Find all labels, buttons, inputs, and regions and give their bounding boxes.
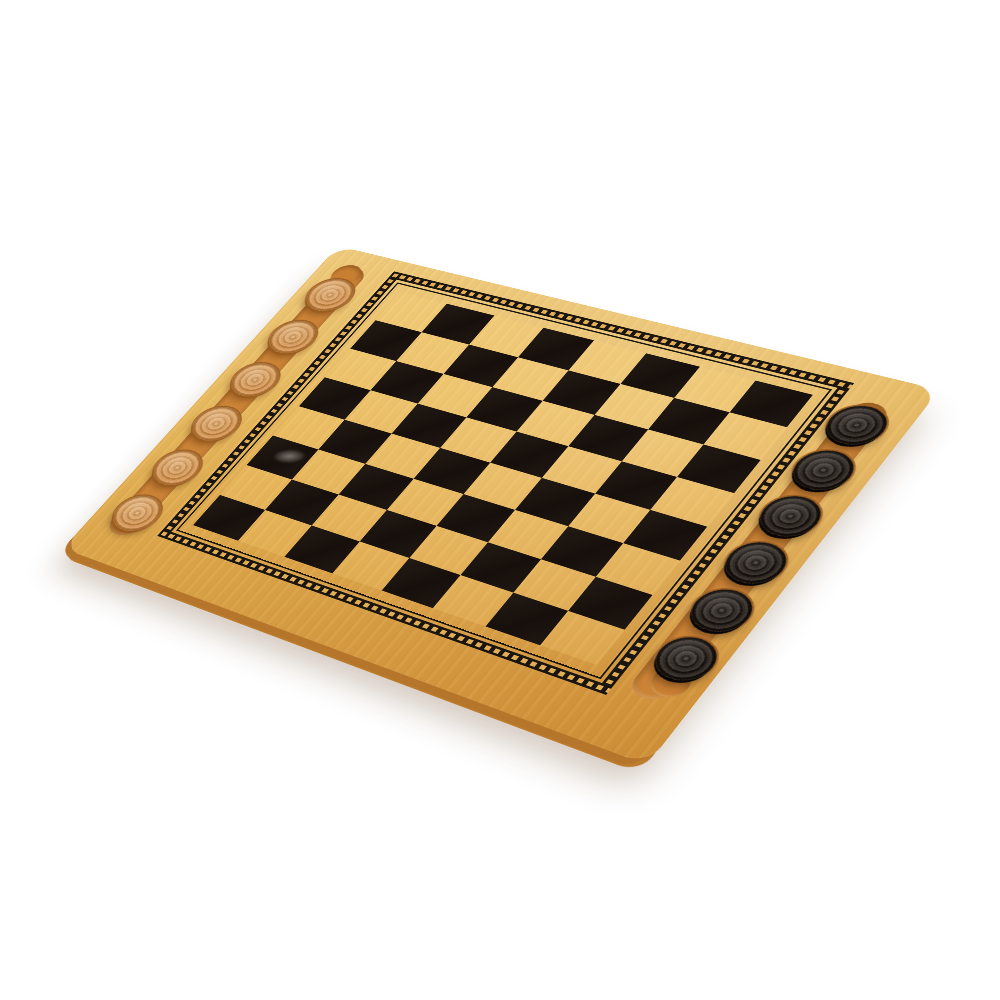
- checkers-board: [63, 246, 940, 765]
- page-background: [0, 0, 1000, 1000]
